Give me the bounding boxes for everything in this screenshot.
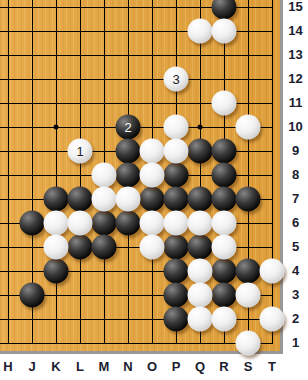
stone-black[interactable] — [116, 211, 141, 236]
stone-white[interactable] — [188, 307, 213, 332]
stone-black[interactable] — [164, 307, 189, 332]
stone-white[interactable] — [164, 139, 189, 164]
stone-black[interactable] — [20, 283, 45, 308]
grid-line-vertical — [56, 0, 57, 344]
column-label: L — [68, 354, 92, 380]
stone-black[interactable] — [116, 139, 141, 164]
go-board-viewport: 231HJKLMNOPQRST151413121110987654321 — [0, 0, 308, 380]
stone-white[interactable] — [236, 283, 261, 308]
row-label: 15 — [283, 0, 308, 19]
stone-white[interactable] — [44, 235, 69, 260]
stone-black[interactable] — [68, 187, 93, 212]
stone-white[interactable] — [92, 163, 117, 188]
stone-black[interactable]: 2 — [116, 115, 141, 140]
stone-black[interactable] — [140, 187, 165, 212]
move-number: 2 — [124, 121, 131, 134]
row-label: 2 — [283, 307, 308, 331]
stone-black[interactable] — [212, 163, 237, 188]
stone-white[interactable]: 1 — [68, 139, 93, 164]
column-label: K — [44, 354, 68, 380]
column-label: S — [236, 354, 260, 380]
stone-black[interactable] — [44, 259, 69, 284]
stone-white[interactable] — [260, 259, 285, 284]
grid-line-vertical — [80, 0, 81, 344]
stone-white[interactable] — [92, 187, 117, 212]
row-label: 8 — [283, 163, 308, 187]
stone-white[interactable] — [188, 259, 213, 284]
row-label: 6 — [283, 211, 308, 235]
stone-black[interactable] — [44, 187, 69, 212]
row-label: 4 — [283, 259, 308, 283]
grid-line-vertical — [8, 0, 9, 344]
stone-black[interactable] — [212, 259, 237, 284]
row-label: 3 — [283, 283, 308, 307]
row-label: 10 — [283, 115, 308, 139]
grid-line-horizontal — [0, 79, 273, 80]
stone-black[interactable] — [236, 187, 261, 212]
stone-white[interactable] — [212, 235, 237, 260]
stone-white[interactable] — [164, 115, 189, 140]
row-label: 11 — [283, 91, 308, 115]
star-point — [54, 125, 59, 130]
row-label: 1 — [283, 331, 308, 355]
stone-white[interactable] — [260, 307, 285, 332]
stone-black[interactable] — [212, 187, 237, 212]
row-label: 14 — [283, 19, 308, 43]
column-label: O — [140, 354, 164, 380]
column-label: Q — [188, 354, 212, 380]
column-label: N — [116, 354, 140, 380]
move-number: 1 — [76, 145, 83, 158]
stone-white[interactable] — [44, 211, 69, 236]
column-label: P — [164, 354, 188, 380]
stone-white[interactable] — [188, 211, 213, 236]
stone-white[interactable] — [140, 139, 165, 164]
column-label: R — [212, 354, 236, 380]
stone-black[interactable] — [164, 163, 189, 188]
stone-black[interactable] — [164, 187, 189, 212]
stone-white[interactable] — [140, 163, 165, 188]
stone-white[interactable] — [164, 211, 189, 236]
stone-white[interactable]: 3 — [164, 67, 189, 92]
stone-black[interactable] — [212, 283, 237, 308]
row-label: 12 — [283, 67, 308, 91]
stone-white[interactable] — [116, 187, 141, 212]
row-label: 5 — [283, 235, 308, 259]
stone-black[interactable] — [188, 187, 213, 212]
grid-line-horizontal — [0, 343, 273, 344]
stone-black[interactable] — [188, 235, 213, 260]
stone-white[interactable] — [236, 115, 261, 140]
stone-white[interactable] — [188, 283, 213, 308]
stone-white[interactable] — [212, 91, 237, 116]
stone-black[interactable] — [68, 235, 93, 260]
stone-black[interactable] — [164, 283, 189, 308]
grid-line-horizontal — [0, 55, 273, 56]
grid-line-vertical — [272, 0, 273, 344]
stone-white[interactable] — [212, 307, 237, 332]
stone-black[interactable] — [164, 235, 189, 260]
column-label: J — [20, 354, 44, 380]
stone-black[interactable] — [236, 259, 261, 284]
stone-black[interactable] — [164, 259, 189, 284]
stone-white[interactable] — [212, 211, 237, 236]
stone-black[interactable] — [92, 211, 117, 236]
stone-white[interactable] — [140, 235, 165, 260]
stone-black[interactable] — [188, 139, 213, 164]
column-label: T — [260, 354, 284, 380]
stone-white[interactable] — [140, 211, 165, 236]
column-label: M — [92, 354, 116, 380]
stone-black[interactable] — [92, 235, 117, 260]
stone-white[interactable] — [68, 211, 93, 236]
stone-white[interactable] — [236, 331, 261, 356]
stone-white[interactable] — [188, 19, 213, 44]
move-number: 3 — [172, 73, 179, 86]
column-label: H — [0, 354, 20, 380]
star-point — [198, 125, 203, 130]
stone-black[interactable] — [20, 211, 45, 236]
stone-black[interactable] — [212, 139, 237, 164]
stone-white[interactable] — [212, 19, 237, 44]
row-label: 13 — [283, 43, 308, 67]
row-label: 7 — [283, 187, 308, 211]
stone-black[interactable] — [116, 163, 141, 188]
row-label: 9 — [283, 139, 308, 163]
